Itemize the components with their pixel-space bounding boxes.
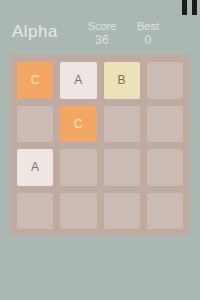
best-box: Best 0	[127, 20, 169, 47]
empty-cell	[147, 193, 183, 230]
empty-cell	[17, 193, 53, 230]
pause-icon	[192, 0, 197, 15]
empty-cell	[147, 106, 183, 143]
best-label: Best	[127, 20, 169, 33]
empty-cell	[60, 193, 96, 230]
empty-cell	[147, 62, 183, 99]
score-value: 36	[80, 33, 124, 47]
tile-A: A	[17, 149, 53, 186]
game-title: Alpha	[12, 22, 58, 42]
empty-cell	[104, 149, 140, 186]
score-box: Score 36	[80, 20, 124, 47]
score-label: Score	[80, 20, 124, 33]
tile-B: B	[104, 62, 140, 99]
empty-cell	[104, 106, 140, 143]
empty-cell	[147, 149, 183, 186]
empty-cell	[60, 149, 96, 186]
empty-cell	[17, 106, 53, 143]
tile-C: C	[60, 106, 96, 143]
best-value: 0	[127, 33, 169, 47]
pause-button[interactable]	[182, 0, 197, 16]
tile-C: C	[17, 62, 53, 99]
tile-A: A	[60, 62, 96, 99]
game-board[interactable]: CABCA	[10, 55, 190, 236]
empty-cell	[104, 193, 140, 230]
pause-icon	[182, 0, 187, 15]
